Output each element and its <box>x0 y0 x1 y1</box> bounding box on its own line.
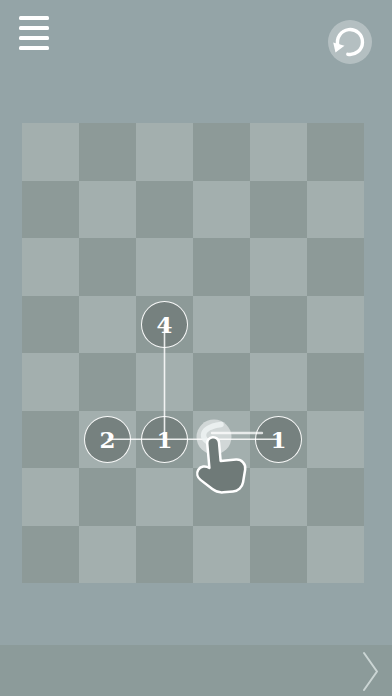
chevron-right-icon <box>344 645 384 696</box>
board-cell <box>22 296 79 354</box>
board-cell <box>307 411 364 469</box>
piece-1[interactable]: 1 <box>141 416 188 463</box>
board-cell <box>136 238 193 296</box>
board-cell <box>307 468 364 526</box>
board-cell <box>250 526 307 584</box>
game-screen: 4211 <box>0 0 392 696</box>
board-cell <box>22 468 79 526</box>
board-cell <box>22 526 79 584</box>
board-cell <box>193 526 250 584</box>
board-cell <box>307 526 364 584</box>
board-cell <box>193 123 250 181</box>
piece-1[interactable]: 1 <box>255 416 302 463</box>
board-cell <box>250 296 307 354</box>
board-cell <box>307 123 364 181</box>
board-cell <box>307 238 364 296</box>
hamburger-icon <box>19 16 49 20</box>
board-cell <box>193 238 250 296</box>
board-cell <box>250 123 307 181</box>
board-cell <box>136 123 193 181</box>
menu-button[interactable] <box>13 13 47 53</box>
board-cell <box>79 123 136 181</box>
board-cell <box>307 296 364 354</box>
board-cell <box>79 181 136 239</box>
board-cell <box>136 353 193 411</box>
board-cell <box>193 181 250 239</box>
footer-bar <box>0 645 392 696</box>
board-cell <box>79 296 136 354</box>
board-cell <box>193 296 250 354</box>
board-cell <box>193 468 250 526</box>
board-cell <box>193 411 250 469</box>
board-cell <box>136 181 193 239</box>
board-cell <box>79 468 136 526</box>
board-cell <box>250 181 307 239</box>
board-cell <box>22 353 79 411</box>
reset-icon <box>328 20 372 64</box>
board <box>22 123 364 583</box>
next-button[interactable] <box>344 645 384 696</box>
board-cell <box>307 353 364 411</box>
board-cell <box>136 526 193 584</box>
piece-4[interactable]: 4 <box>141 301 188 348</box>
board-cell <box>250 468 307 526</box>
board-cell <box>250 353 307 411</box>
board-cell <box>79 526 136 584</box>
board-cell <box>22 238 79 296</box>
board-cell <box>79 353 136 411</box>
board-cell <box>193 353 250 411</box>
piece-2[interactable]: 2 <box>84 416 131 463</box>
board-cell <box>22 181 79 239</box>
reset-button[interactable] <box>328 20 372 64</box>
board-cell <box>22 411 79 469</box>
board-cell <box>22 123 79 181</box>
board-cell <box>250 238 307 296</box>
board-cell <box>79 238 136 296</box>
board-cell <box>307 181 364 239</box>
board-cell <box>136 468 193 526</box>
